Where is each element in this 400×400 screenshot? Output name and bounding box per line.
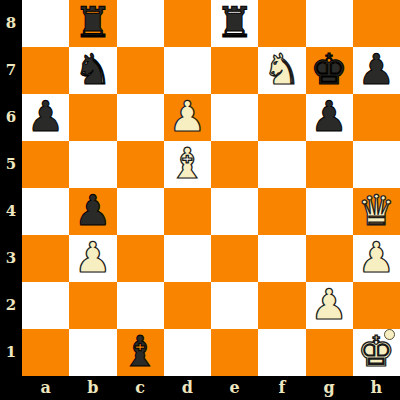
square-e7[interactable] [211,47,258,94]
square-a7[interactable] [22,47,69,94]
rank-label-7: 7 [0,47,22,94]
square-c4[interactable] [117,188,164,235]
square-b1[interactable] [69,329,116,376]
square-g7[interactable]: ♚ [306,47,353,94]
square-a5[interactable] [22,141,69,188]
square-a8[interactable] [22,0,69,47]
piece-black-rook[interactable]: ♜ [74,0,112,46]
square-f3[interactable] [258,235,305,282]
rank-label-2: 2 [0,281,22,328]
square-f4[interactable] [258,188,305,235]
square-b2[interactable] [69,282,116,329]
square-a1[interactable] [22,329,69,376]
square-a3[interactable] [22,235,69,282]
square-a6[interactable]: ♟ [22,94,69,141]
piece-black-king[interactable]: ♚ [310,46,348,93]
square-b8[interactable]: ♜ [69,0,116,47]
square-d2[interactable] [164,282,211,329]
square-h4[interactable]: ♛ [353,188,400,235]
square-e1[interactable] [211,329,258,376]
square-f7[interactable]: ♞ [258,47,305,94]
file-label-b: b [69,375,116,400]
square-f8[interactable] [258,0,305,47]
square-e3[interactable] [211,235,258,282]
square-c6[interactable] [117,94,164,141]
square-d6[interactable]: ♟ [164,94,211,141]
square-d3[interactable] [164,235,211,282]
square-e8[interactable]: ♜ [211,0,258,47]
square-h5[interactable] [353,141,400,188]
rank-label-1: 1 [0,328,22,375]
square-d7[interactable] [164,47,211,94]
square-c8[interactable] [117,0,164,47]
square-g6[interactable]: ♟ [306,94,353,141]
square-d1[interactable] [164,329,211,376]
square-c1[interactable]: ♝ [117,329,164,376]
square-g3[interactable] [306,235,353,282]
square-g4[interactable] [306,188,353,235]
square-h8[interactable] [353,0,400,47]
square-e6[interactable] [211,94,258,141]
piece-white-pawn[interactable]: ♟ [358,234,396,281]
square-a4[interactable] [22,188,69,235]
piece-black-pawn[interactable]: ♟ [358,46,396,93]
square-f2[interactable] [258,282,305,329]
rank-label-5: 5 [0,141,22,188]
file-label-h: h [353,375,400,400]
rank-label-4: 4 [0,188,22,235]
file-label-g: g [306,375,353,400]
square-g8[interactable] [306,0,353,47]
piece-white-pawn[interactable]: ♟ [169,93,207,140]
square-f5[interactable] [258,141,305,188]
square-h7[interactable]: ♟ [353,47,400,94]
square-a2[interactable] [22,282,69,329]
rank-labels: 87654321 [0,0,22,375]
chess-puzzle-diagram: 87654321 ♜♜♞♞♚♟♟♟♟♝♟♛♟♟♟♝♚ abcdefgh [0,0,400,400]
square-e4[interactable] [211,188,258,235]
square-g5[interactable] [306,141,353,188]
rank-label-6: 6 [0,94,22,141]
file-label-a: a [22,375,69,400]
piece-white-pawn[interactable]: ♟ [310,281,348,328]
square-b7[interactable]: ♞ [69,47,116,94]
square-c3[interactable] [117,235,164,282]
square-c5[interactable] [117,141,164,188]
square-f1[interactable] [258,329,305,376]
rank-label-8: 8 [0,0,22,47]
square-c7[interactable] [117,47,164,94]
square-e2[interactable] [211,282,258,329]
piece-black-knight[interactable]: ♞ [74,46,112,93]
piece-black-pawn[interactable]: ♟ [310,93,348,140]
file-label-c: c [117,375,164,400]
square-g2[interactable]: ♟ [306,282,353,329]
square-d4[interactable] [164,188,211,235]
square-b3[interactable]: ♟ [69,235,116,282]
file-labels: abcdefgh [22,375,400,400]
square-b4[interactable]: ♟ [69,188,116,235]
square-b5[interactable] [69,141,116,188]
square-c2[interactable] [117,282,164,329]
file-label-e: e [211,375,258,400]
piece-black-rook[interactable]: ♜ [216,0,254,46]
file-label-d: d [164,375,211,400]
piece-white-bishop[interactable]: ♝ [169,140,207,187]
rank-label-3: 3 [0,234,22,281]
square-g1[interactable] [306,329,353,376]
square-h6[interactable] [353,94,400,141]
square-h2[interactable] [353,282,400,329]
piece-white-queen[interactable]: ♛ [358,187,396,234]
piece-white-knight[interactable]: ♞ [263,46,301,93]
white-to-move-indicator [384,329,395,340]
piece-black-pawn[interactable]: ♟ [27,93,65,140]
chess-board: ♜♜♞♞♚♟♟♟♟♝♟♛♟♟♟♝♚ [22,0,400,375]
file-label-f: f [258,375,305,400]
square-h3[interactable]: ♟ [353,235,400,282]
piece-white-pawn[interactable]: ♟ [74,234,112,281]
square-d5[interactable]: ♝ [164,141,211,188]
square-b6[interactable] [69,94,116,141]
square-d8[interactable] [164,0,211,47]
piece-black-pawn[interactable]: ♟ [74,187,112,234]
square-f6[interactable] [258,94,305,141]
square-e5[interactable] [211,141,258,188]
piece-black-bishop[interactable]: ♝ [121,328,159,375]
